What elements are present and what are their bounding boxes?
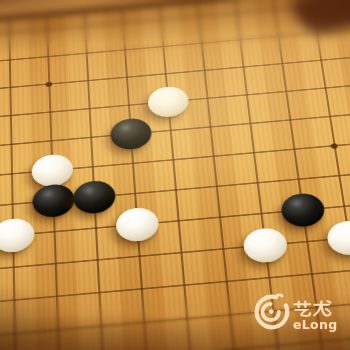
- black-stone: [72, 179, 116, 215]
- white-stone: [324, 219, 350, 256]
- hoshi-star-point: [45, 81, 52, 86]
- watermark: eLong: [246, 290, 346, 342]
- elong-latin-wordmark: eLong: [293, 317, 337, 332]
- black-stone: [279, 192, 326, 228]
- black-stone: [31, 183, 74, 219]
- white-stone: [30, 153, 72, 188]
- elong-chinese-wordmark: [293, 300, 333, 317]
- white-stone: [0, 217, 34, 254]
- white-stone: [241, 227, 288, 264]
- black-stone: [109, 117, 152, 151]
- elong-dragon-logo-icon: [252, 293, 290, 331]
- white-stone: [114, 206, 159, 243]
- hoshi-star-point: [330, 143, 338, 149]
- go-board-photo: eLong: [0, 0, 350, 350]
- white-stone: [146, 85, 189, 118]
